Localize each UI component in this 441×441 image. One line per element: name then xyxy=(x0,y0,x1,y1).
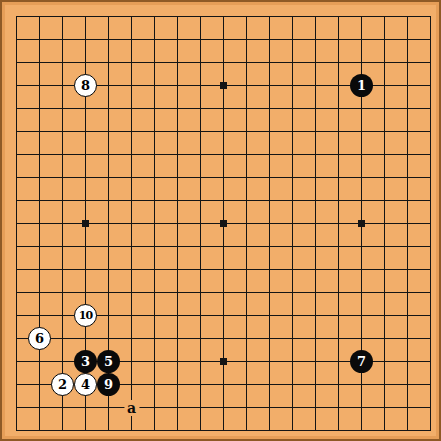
go-board: 12345678910a xyxy=(0,0,441,441)
star-point-hoshi xyxy=(220,220,227,227)
go-stone-black-E3: 9 xyxy=(97,373,120,396)
go-stone-white-B5: 6 xyxy=(28,327,51,350)
star-point-hoshi xyxy=(358,220,365,227)
go-stone-white-D6: 10 xyxy=(74,304,97,327)
point-label-a: a xyxy=(124,400,139,416)
go-stone-black-D4: 3 xyxy=(74,350,97,373)
go-stone-white-D16: 8 xyxy=(74,74,97,97)
go-diagram: 12345678910a xyxy=(0,0,441,441)
go-stone-white-D3: 4 xyxy=(74,373,97,396)
go-stone-black-Q4: 7 xyxy=(350,350,373,373)
go-stone-white-C3: 2 xyxy=(51,373,74,396)
go-stone-black-E4: 5 xyxy=(97,350,120,373)
go-stone-black-Q16: 1 xyxy=(350,74,373,97)
star-point-hoshi xyxy=(82,220,89,227)
star-point-hoshi xyxy=(220,358,227,365)
star-point-hoshi xyxy=(220,82,227,89)
